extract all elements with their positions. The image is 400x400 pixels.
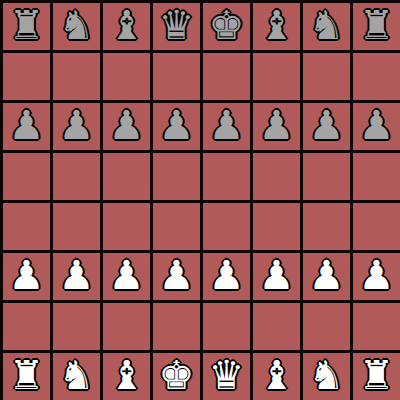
piece-white-king[interactable]: ♚ — [159, 352, 195, 399]
square-e2[interactable] — [200, 300, 250, 350]
square-g1[interactable]: ♞ — [300, 350, 350, 400]
square-b4[interactable] — [50, 200, 100, 250]
square-g2[interactable] — [300, 300, 350, 350]
square-c4[interactable] — [100, 200, 150, 250]
square-b3[interactable]: ♟ — [50, 250, 100, 300]
piece-black-rook[interactable]: ♜ — [9, 2, 45, 49]
square-d2[interactable] — [150, 300, 200, 350]
piece-black-pawn[interactable]: ♟ — [359, 102, 395, 149]
square-c6[interactable]: ♟ — [100, 100, 150, 150]
square-a8[interactable]: ♜ — [0, 0, 50, 50]
piece-black-knight[interactable]: ♞ — [59, 2, 95, 49]
square-d6[interactable]: ♟ — [150, 100, 200, 150]
square-e8[interactable]: ♚ — [200, 0, 250, 50]
piece-black-pawn[interactable]: ♟ — [59, 102, 95, 149]
piece-white-pawn[interactable]: ♟ — [109, 252, 145, 299]
square-a3[interactable]: ♟ — [0, 250, 50, 300]
piece-white-rook[interactable]: ♜ — [359, 352, 395, 399]
square-e6[interactable]: ♟ — [200, 100, 250, 150]
piece-white-knight[interactable]: ♞ — [59, 352, 95, 399]
square-b7[interactable] — [50, 50, 100, 100]
square-h3[interactable]: ♟ — [350, 250, 400, 300]
square-a5[interactable] — [0, 150, 50, 200]
square-a2[interactable] — [0, 300, 50, 350]
square-c8[interactable]: ♝ — [100, 0, 150, 50]
piece-black-pawn[interactable]: ♟ — [159, 102, 195, 149]
square-c3[interactable]: ♟ — [100, 250, 150, 300]
square-f1[interactable]: ♝ — [250, 350, 300, 400]
square-f3[interactable]: ♟ — [250, 250, 300, 300]
piece-black-queen[interactable]: ♛ — [159, 2, 195, 49]
square-f7[interactable] — [250, 50, 300, 100]
piece-black-bishop[interactable]: ♝ — [259, 2, 295, 49]
piece-black-pawn[interactable]: ♟ — [309, 102, 345, 149]
square-g7[interactable] — [300, 50, 350, 100]
square-f2[interactable] — [250, 300, 300, 350]
square-a7[interactable] — [0, 50, 50, 100]
piece-white-queen[interactable]: ♛ — [209, 352, 245, 399]
square-d4[interactable] — [150, 200, 200, 250]
piece-white-knight[interactable]: ♞ — [309, 352, 345, 399]
piece-white-pawn[interactable]: ♟ — [9, 252, 45, 299]
square-g6[interactable]: ♟ — [300, 100, 350, 150]
square-e3[interactable]: ♟ — [200, 250, 250, 300]
piece-white-pawn[interactable]: ♟ — [159, 252, 195, 299]
piece-white-rook[interactable]: ♜ — [9, 352, 45, 399]
square-h6[interactable]: ♟ — [350, 100, 400, 150]
square-b8[interactable]: ♞ — [50, 0, 100, 50]
square-a4[interactable] — [0, 200, 50, 250]
chess-board: ♜♞♝♛♚♝♞♜♟♟♟♟♟♟♟♟♟♟♟♟♟♟♟♟♜♞♝♚♛♝♞♜ — [0, 0, 400, 400]
square-h8[interactable]: ♜ — [350, 0, 400, 50]
square-b6[interactable]: ♟ — [50, 100, 100, 150]
square-c2[interactable] — [100, 300, 150, 350]
piece-black-pawn[interactable]: ♟ — [109, 102, 145, 149]
piece-white-pawn[interactable]: ♟ — [309, 252, 345, 299]
square-d7[interactable] — [150, 50, 200, 100]
square-g5[interactable] — [300, 150, 350, 200]
square-g4[interactable] — [300, 200, 350, 250]
piece-black-pawn[interactable]: ♟ — [259, 102, 295, 149]
square-a1[interactable]: ♜ — [0, 350, 50, 400]
square-d5[interactable] — [150, 150, 200, 200]
square-f5[interactable] — [250, 150, 300, 200]
square-h5[interactable] — [350, 150, 400, 200]
square-e5[interactable] — [200, 150, 250, 200]
square-h7[interactable] — [350, 50, 400, 100]
square-h2[interactable] — [350, 300, 400, 350]
square-b2[interactable] — [50, 300, 100, 350]
square-f8[interactable]: ♝ — [250, 0, 300, 50]
square-g8[interactable]: ♞ — [300, 0, 350, 50]
square-e7[interactable] — [200, 50, 250, 100]
square-c5[interactable] — [100, 150, 150, 200]
square-c1[interactable]: ♝ — [100, 350, 150, 400]
square-b5[interactable] — [50, 150, 100, 200]
piece-white-pawn[interactable]: ♟ — [259, 252, 295, 299]
square-d1[interactable]: ♚ — [150, 350, 200, 400]
square-e1[interactable]: ♛ — [200, 350, 250, 400]
piece-white-pawn[interactable]: ♟ — [209, 252, 245, 299]
piece-black-pawn[interactable]: ♟ — [9, 102, 45, 149]
piece-black-rook[interactable]: ♜ — [359, 2, 395, 49]
piece-white-bishop[interactable]: ♝ — [259, 352, 295, 399]
square-d8[interactable]: ♛ — [150, 0, 200, 50]
square-f6[interactable]: ♟ — [250, 100, 300, 150]
square-g3[interactable]: ♟ — [300, 250, 350, 300]
piece-white-pawn[interactable]: ♟ — [59, 252, 95, 299]
square-c7[interactable] — [100, 50, 150, 100]
piece-white-bishop[interactable]: ♝ — [109, 352, 145, 399]
square-a6[interactable]: ♟ — [0, 100, 50, 150]
square-f4[interactable] — [250, 200, 300, 250]
piece-black-knight[interactable]: ♞ — [309, 2, 345, 49]
piece-black-pawn[interactable]: ♟ — [209, 102, 245, 149]
square-b1[interactable]: ♞ — [50, 350, 100, 400]
piece-white-pawn[interactable]: ♟ — [359, 252, 395, 299]
piece-black-bishop[interactable]: ♝ — [109, 2, 145, 49]
square-d3[interactable]: ♟ — [150, 250, 200, 300]
piece-black-king[interactable]: ♚ — [209, 2, 245, 49]
square-e4[interactable] — [200, 200, 250, 250]
square-h4[interactable] — [350, 200, 400, 250]
square-h1[interactable]: ♜ — [350, 350, 400, 400]
